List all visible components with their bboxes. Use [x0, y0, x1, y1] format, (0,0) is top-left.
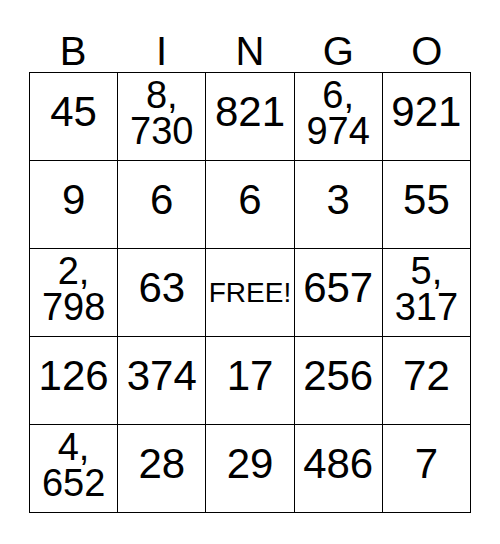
- cell-free[interactable]: FREE!: [206, 249, 294, 337]
- bingo-board: 45 8, 730 821 6, 974 921 9 6 6 3 55 2, 7…: [29, 72, 471, 513]
- cell-r5c4[interactable]: 486: [295, 425, 383, 513]
- cell-r5c5[interactable]: 7: [383, 425, 471, 513]
- header-letter-o: O: [383, 0, 471, 72]
- cell-r3c1[interactable]: 2, 798: [30, 249, 118, 337]
- cell-r5c2[interactable]: 28: [118, 425, 206, 513]
- cell-r4c1[interactable]: 126: [30, 337, 118, 425]
- cell-r2c3[interactable]: 6: [206, 161, 294, 249]
- cell-r2c1[interactable]: 9: [30, 161, 118, 249]
- cell-r1c3[interactable]: 821: [206, 73, 294, 161]
- bingo-header: B I N G O: [29, 0, 471, 72]
- cell-r4c5[interactable]: 72: [383, 337, 471, 425]
- cell-r5c1[interactable]: 4, 652: [30, 425, 118, 513]
- bingo-card: B I N G O 45 8, 730 821 6, 974 921 9 6 6…: [0, 0, 500, 544]
- cell-r1c4[interactable]: 6, 974: [295, 73, 383, 161]
- header-letter-g: G: [294, 0, 382, 72]
- header-letter-b: B: [29, 0, 117, 72]
- header-letter-n: N: [206, 0, 294, 72]
- cell-r1c1[interactable]: 45: [30, 73, 118, 161]
- cell-r2c5[interactable]: 55: [383, 161, 471, 249]
- cell-r4c3[interactable]: 17: [206, 337, 294, 425]
- cell-r2c2[interactable]: 6: [118, 161, 206, 249]
- cell-r3c4[interactable]: 657: [295, 249, 383, 337]
- cell-r4c2[interactable]: 374: [118, 337, 206, 425]
- cell-r5c3[interactable]: 29: [206, 425, 294, 513]
- cell-r1c5[interactable]: 921: [383, 73, 471, 161]
- cell-r2c4[interactable]: 3: [295, 161, 383, 249]
- cell-r4c4[interactable]: 256: [295, 337, 383, 425]
- cell-r3c5[interactable]: 5, 317: [383, 249, 471, 337]
- header-letter-i: I: [117, 0, 205, 72]
- cell-r3c2[interactable]: 63: [118, 249, 206, 337]
- cell-r1c2[interactable]: 8, 730: [118, 73, 206, 161]
